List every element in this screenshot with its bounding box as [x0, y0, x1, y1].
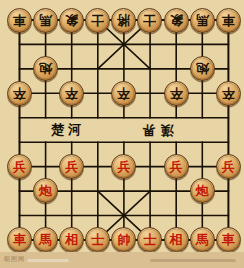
piece-bP[interactable]: 卒	[216, 81, 241, 106]
piece-glyph: 馬	[196, 233, 209, 246]
piece-rP[interactable]: 兵	[164, 154, 189, 179]
piece-rP[interactable]: 兵	[7, 154, 32, 179]
piece-glyph: 士	[143, 233, 156, 246]
piece-rC[interactable]: 炮	[33, 178, 58, 203]
piece-bP[interactable]: 卒	[111, 81, 136, 106]
piece-glyph: 馬	[39, 14, 52, 27]
piece-bN[interactable]: 馬	[190, 8, 215, 33]
piece-rR[interactable]: 車	[216, 227, 241, 252]
piece-rA[interactable]: 士	[137, 227, 162, 252]
piece-glyph: 卒	[13, 87, 26, 100]
piece-glyph: 士	[143, 14, 156, 27]
piece-glyph: 兵	[222, 160, 235, 173]
watermark-left: 昵图网	[4, 256, 25, 262]
piece-glyph: 炮	[39, 184, 52, 197]
piece-bA[interactable]: 士	[85, 8, 110, 33]
xiangqi-board: 楚河 漢界 車馬象士將士象馬車炮炮卒卒卒卒卒兵兵兵兵兵炮炮車馬相士帥士相馬車 昵…	[0, 0, 244, 268]
watermark-left-tail	[27, 259, 69, 262]
piece-bC[interactable]: 炮	[33, 56, 58, 81]
piece-glyph: 炮	[39, 62, 52, 75]
piece-glyph: 將	[117, 14, 130, 27]
piece-rK[interactable]: 帥	[111, 227, 136, 252]
piece-glyph: 車	[13, 14, 26, 27]
piece-rR[interactable]: 車	[7, 227, 32, 252]
board-grid: 車馬象士將士象馬車炮炮卒卒卒卒卒兵兵兵兵兵炮炮車馬相士帥士相馬車	[6, 8, 241, 252]
piece-rN[interactable]: 馬	[190, 227, 215, 252]
piece-glyph: 兵	[13, 160, 26, 173]
piece-bB[interactable]: 象	[164, 8, 189, 33]
piece-bP[interactable]: 卒	[7, 81, 32, 106]
piece-rN[interactable]: 馬	[33, 227, 58, 252]
piece-glyph: 兵	[65, 160, 78, 173]
piece-glyph: 炮	[196, 184, 209, 197]
piece-rP[interactable]: 兵	[216, 154, 241, 179]
piece-glyph: 象	[170, 14, 183, 27]
piece-glyph: 象	[65, 14, 78, 27]
piece-rC[interactable]: 炮	[190, 178, 215, 203]
piece-glyph: 相	[170, 233, 183, 246]
piece-rB[interactable]: 相	[164, 227, 189, 252]
piece-glyph: 馬	[39, 233, 52, 246]
piece-bC[interactable]: 炮	[190, 56, 215, 81]
piece-glyph: 車	[13, 233, 26, 246]
piece-glyph: 兵	[117, 160, 130, 173]
piece-glyph: 卒	[117, 87, 130, 100]
river-label-han: 漢界	[136, 121, 174, 139]
piece-glyph: 車	[222, 233, 235, 246]
piece-glyph: 帥	[117, 233, 130, 246]
river-label-chu: 楚河	[51, 121, 85, 139]
piece-rP[interactable]: 兵	[111, 154, 136, 179]
piece-glyph: 卒	[222, 87, 235, 100]
piece-glyph: 馬	[196, 14, 209, 27]
piece-bB[interactable]: 象	[59, 8, 84, 33]
piece-glyph: 卒	[170, 87, 183, 100]
piece-rA[interactable]: 士	[85, 227, 110, 252]
piece-glyph: 士	[91, 233, 104, 246]
piece-rP[interactable]: 兵	[59, 154, 84, 179]
piece-bA[interactable]: 士	[137, 8, 162, 33]
piece-bK[interactable]: 將	[111, 8, 136, 33]
piece-glyph: 士	[91, 14, 104, 27]
piece-bR[interactable]: 車	[7, 8, 32, 33]
piece-bN[interactable]: 馬	[33, 8, 58, 33]
footer-strip: 昵图网	[0, 252, 244, 268]
piece-rB[interactable]: 相	[59, 227, 84, 252]
piece-glyph: 炮	[196, 62, 209, 75]
watermark-right	[150, 259, 236, 262]
piece-glyph: 車	[222, 14, 235, 27]
piece-bP[interactable]: 卒	[59, 81, 84, 106]
piece-bP[interactable]: 卒	[164, 81, 189, 106]
piece-glyph: 卒	[65, 87, 78, 100]
piece-glyph: 兵	[170, 160, 183, 173]
piece-glyph: 相	[65, 233, 78, 246]
piece-bR[interactable]: 車	[216, 8, 241, 33]
